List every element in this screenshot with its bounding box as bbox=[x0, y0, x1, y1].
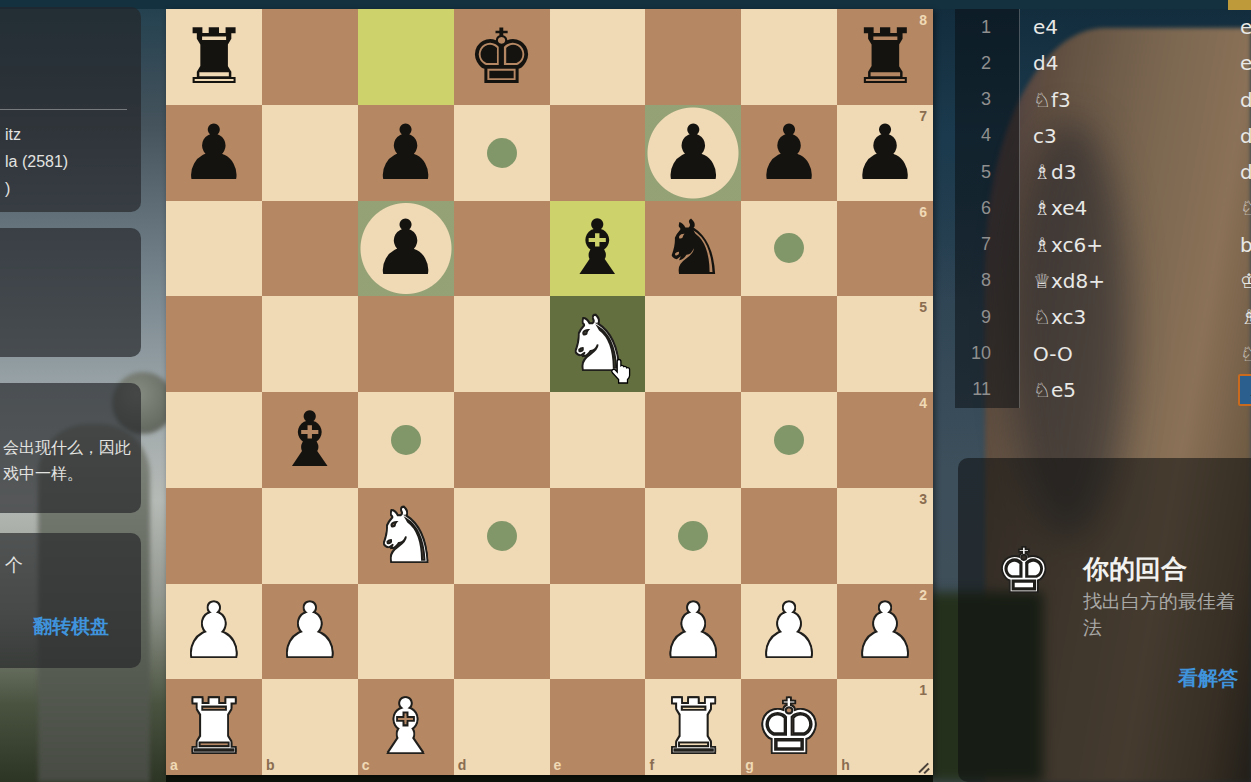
empty-panel bbox=[0, 228, 141, 357]
square-g7[interactable]: ♟ bbox=[741, 105, 837, 201]
move-number: 5 bbox=[955, 162, 1019, 183]
square-g4[interactable] bbox=[741, 392, 837, 488]
square-d4[interactable] bbox=[454, 392, 550, 488]
square-b8[interactable] bbox=[262, 9, 358, 105]
move-hint-dot[interactable] bbox=[391, 425, 421, 455]
square-e3[interactable] bbox=[550, 488, 646, 584]
square-e6[interactable]: ♝ bbox=[550, 201, 646, 297]
square-e4[interactable] bbox=[550, 392, 646, 488]
rank-label-2: 2 bbox=[919, 587, 927, 603]
white-pawn-h2[interactable]: ♟ bbox=[851, 593, 919, 669]
move-row-11: 11♘e5♗e6 bbox=[955, 372, 1251, 408]
move-row-2: 2d4exd4 bbox=[955, 45, 1251, 81]
square-a5[interactable] bbox=[166, 296, 262, 392]
rank-label-1: 1 bbox=[919, 682, 927, 698]
square-b7[interactable] bbox=[262, 105, 358, 201]
move-number: 1 bbox=[955, 17, 1019, 38]
file-label-h: h bbox=[841, 757, 850, 773]
white-move[interactable]: ♘e5 bbox=[1033, 378, 1076, 402]
partial-text: 个 bbox=[5, 553, 23, 577]
square-b5[interactable] bbox=[262, 296, 358, 392]
square-f3[interactable] bbox=[645, 488, 741, 584]
file-label-e: e bbox=[554, 757, 562, 773]
panel-divider bbox=[0, 109, 127, 110]
board-resize-grip[interactable] bbox=[917, 759, 931, 773]
square-c8[interactable] bbox=[358, 9, 454, 105]
black-move[interactable]: e5 bbox=[1240, 15, 1251, 39]
black-pawn-c6[interactable]: ♟ bbox=[372, 210, 440, 286]
square-c4[interactable] bbox=[358, 392, 454, 488]
white-pawn-a2[interactable]: ♟ bbox=[180, 593, 248, 669]
file-label-g: g bbox=[745, 757, 754, 773]
file-label-c: c bbox=[362, 757, 370, 773]
square-b3[interactable] bbox=[262, 488, 358, 584]
white-move[interactable]: ♘f3 bbox=[1033, 88, 1071, 112]
square-f2[interactable]: ♟ bbox=[645, 584, 741, 680]
game-type-text: itz bbox=[5, 121, 68, 148]
turn-subtitle: 找出白方的最佳着法 bbox=[1083, 589, 1251, 641]
white-pawn-f2[interactable]: ♟ bbox=[659, 593, 727, 669]
black-move[interactable]: ♔xd8 bbox=[1240, 269, 1251, 293]
square-b4[interactable]: ♝ bbox=[262, 392, 358, 488]
hand-pointer-cursor bbox=[610, 358, 634, 385]
rank-label-7: 7 bbox=[919, 108, 927, 124]
square-d8[interactable]: ♚ bbox=[454, 9, 550, 105]
square-d6[interactable] bbox=[454, 201, 550, 297]
black-pawn-a7[interactable]: ♟ bbox=[180, 115, 248, 191]
move-number: 11 bbox=[955, 379, 1019, 400]
square-d7[interactable] bbox=[454, 105, 550, 201]
move-row-7: 7♗xc6+bxc6 bbox=[955, 227, 1251, 263]
black-move[interactable]: d5 bbox=[1240, 88, 1251, 112]
square-g2[interactable]: ♟ bbox=[741, 584, 837, 680]
black-move[interactable]: ♗b4 bbox=[1240, 305, 1251, 329]
black-move[interactable]: dxe4 bbox=[1240, 160, 1251, 184]
square-e8[interactable] bbox=[550, 9, 646, 105]
black-knight-f6[interactable]: ♞ bbox=[659, 210, 727, 286]
move-number: 7 bbox=[955, 234, 1019, 255]
square-e2[interactable] bbox=[550, 584, 646, 680]
square-a1[interactable]: ♜ bbox=[166, 679, 262, 775]
white-move[interactable]: c3 bbox=[1033, 124, 1057, 148]
file-label-f: f bbox=[649, 757, 654, 773]
description-line: 会出现什么，因此 bbox=[3, 435, 131, 461]
white-move[interactable]: ♕xd8+ bbox=[1033, 269, 1105, 293]
black-move[interactable]: ♘f6 bbox=[1240, 342, 1251, 366]
black-move[interactable]: ♘c6 bbox=[1240, 196, 1251, 220]
move-row-10: 10O-O♘f6 bbox=[955, 335, 1251, 371]
square-g1[interactable]: ♚ bbox=[741, 679, 837, 775]
background-top-strip bbox=[0, 0, 1251, 9]
white-pawn-b2[interactable]: ♟ bbox=[276, 593, 344, 669]
black-move[interactable]: bxc6 bbox=[1240, 233, 1251, 257]
square-g6[interactable] bbox=[741, 201, 837, 297]
square-g3[interactable] bbox=[741, 488, 837, 584]
move-number: 9 bbox=[955, 307, 1019, 328]
white-move[interactable]: O-O bbox=[1033, 342, 1073, 366]
move-number: 4 bbox=[955, 125, 1019, 146]
black-move[interactable]: exd4 bbox=[1240, 51, 1251, 75]
file-label-a: a bbox=[170, 757, 178, 773]
black-move[interactable]: ♗e6 bbox=[1238, 374, 1251, 406]
rank-label-6: 6 bbox=[919, 204, 927, 220]
move-number: 2 bbox=[955, 53, 1019, 74]
move-row-8: 8♕xd8+♔xd8 bbox=[955, 263, 1251, 299]
white-move[interactable]: d4 bbox=[1033, 51, 1058, 75]
black-rook-h8[interactable]: ♜ bbox=[851, 19, 919, 95]
black-pawn-f7[interactable]: ♟ bbox=[659, 115, 727, 191]
view-solution-link[interactable]: 看解答 bbox=[1178, 665, 1238, 692]
white-move[interactable]: ♗d3 bbox=[1033, 160, 1076, 184]
move-hint-dot[interactable] bbox=[774, 233, 804, 263]
white-move[interactable]: e4 bbox=[1033, 15, 1058, 39]
rank-label-5: 5 bbox=[919, 299, 927, 315]
square-b2[interactable]: ♟ bbox=[262, 584, 358, 680]
move-row-5: 5♗d3dxe4 bbox=[955, 154, 1251, 190]
square-c6[interactable]: ♟ bbox=[358, 201, 454, 297]
turn-panel: ♚ 你的回合 找出白方的最佳着法 看解答 bbox=[958, 458, 1251, 782]
square-g5[interactable] bbox=[741, 296, 837, 392]
turn-title: 你的回合 bbox=[1083, 552, 1187, 587]
square-a6[interactable] bbox=[166, 201, 262, 297]
black-bishop-e6[interactable]: ♝ bbox=[563, 210, 631, 286]
white-knight-c3[interactable]: ♞ bbox=[372, 498, 440, 574]
move-row-9: 9♘xc3♗b4 bbox=[955, 299, 1251, 335]
move-hint-dot[interactable] bbox=[678, 521, 708, 551]
square-b6[interactable] bbox=[262, 201, 358, 297]
move-row-4: 4c3dxc3 bbox=[955, 118, 1251, 154]
black-pawn-c7[interactable]: ♟ bbox=[372, 115, 440, 191]
square-b1[interactable] bbox=[262, 679, 358, 775]
white-move[interactable]: ♗xe4 bbox=[1033, 196, 1087, 220]
puzzle-description-panel: 会出现什么，因此 戏中一样。 bbox=[0, 383, 141, 513]
white-pawn-g2[interactable]: ♟ bbox=[755, 593, 823, 669]
move-hint-dot[interactable] bbox=[774, 425, 804, 455]
white-king-icon: ♚ bbox=[996, 540, 1052, 602]
square-d1[interactable] bbox=[454, 679, 550, 775]
black-rook-a8[interactable]: ♜ bbox=[180, 19, 248, 95]
move-list: 1e4e52d4exd43♘f3d54c3dxc35♗d3dxe46♗xe4♘c… bbox=[955, 9, 1251, 409]
move-hint-dot[interactable] bbox=[487, 521, 517, 551]
rank-label-3: 3 bbox=[919, 491, 927, 507]
square-d2[interactable] bbox=[454, 584, 550, 680]
square-d5[interactable] bbox=[454, 296, 550, 392]
move-number: 6 bbox=[955, 198, 1019, 219]
black-king-d8[interactable]: ♚ bbox=[467, 19, 535, 95]
square-c5[interactable] bbox=[358, 296, 454, 392]
square-a3[interactable] bbox=[166, 488, 262, 584]
player-white-text: la (2581) bbox=[5, 148, 68, 175]
square-f5[interactable] bbox=[645, 296, 741, 392]
square-c1[interactable]: ♝ bbox=[358, 679, 454, 775]
black-bishop-b4[interactable]: ♝ bbox=[276, 402, 344, 478]
move-row-3: 3♘f3d5 bbox=[955, 82, 1251, 118]
flip-board-link[interactable]: 翻转棋盘 bbox=[33, 614, 109, 640]
board-controls-panel: 个 翻转棋盘 bbox=[0, 533, 141, 668]
rank-label-4: 4 bbox=[919, 395, 927, 411]
description-line: 戏中一样。 bbox=[3, 461, 131, 487]
square-c2[interactable] bbox=[358, 584, 454, 680]
white-move[interactable]: ♘xc3 bbox=[1033, 305, 1086, 329]
square-e1[interactable] bbox=[550, 679, 646, 775]
square-f8[interactable] bbox=[645, 9, 741, 105]
white-king-g1[interactable]: ♚ bbox=[755, 689, 823, 765]
player-black-text: ) bbox=[5, 175, 68, 202]
square-a4[interactable] bbox=[166, 392, 262, 488]
move-rows: 1e4e52d4exd43♘f3d54c3dxc35♗d3dxe46♗xe4♘c… bbox=[955, 9, 1251, 408]
game-info-panel: itz la (2581) ) bbox=[0, 7, 141, 212]
black-move[interactable]: dxc3 bbox=[1240, 124, 1251, 148]
move-number: 3 bbox=[955, 89, 1019, 110]
square-a2[interactable]: ♟ bbox=[166, 584, 262, 680]
move-row-1: 1e4e5 bbox=[955, 9, 1251, 45]
move-number: 8 bbox=[955, 270, 1019, 291]
square-d3[interactable] bbox=[454, 488, 550, 584]
square-a8[interactable]: ♜ bbox=[166, 9, 262, 105]
square-f7[interactable]: ♟ bbox=[645, 105, 741, 201]
white-rook-a1[interactable]: ♜ bbox=[180, 689, 248, 765]
file-label-d: d bbox=[458, 757, 467, 773]
rank-label-8: 8 bbox=[919, 12, 927, 28]
move-number: 10 bbox=[955, 343, 1019, 364]
square-c7[interactable]: ♟ bbox=[358, 105, 454, 201]
move-hint-dot[interactable] bbox=[487, 138, 517, 168]
file-label-b: b bbox=[266, 757, 275, 773]
square-f6[interactable]: ♞ bbox=[645, 201, 741, 297]
square-c3[interactable]: ♞ bbox=[358, 488, 454, 584]
move-row-6: 6♗xe4♘c6 bbox=[955, 190, 1251, 226]
square-g8[interactable] bbox=[741, 9, 837, 105]
white-move[interactable]: ♗xc6+ bbox=[1033, 233, 1103, 257]
square-a7[interactable]: ♟ bbox=[166, 105, 262, 201]
white-bishop-c1[interactable]: ♝ bbox=[372, 689, 440, 765]
square-f4[interactable] bbox=[645, 392, 741, 488]
black-pawn-g7[interactable]: ♟ bbox=[755, 115, 823, 191]
square-f1[interactable]: ♜ bbox=[645, 679, 741, 775]
square-e7[interactable] bbox=[550, 105, 646, 201]
black-pawn-h7[interactable]: ♟ bbox=[851, 115, 919, 191]
chess-board[interactable]: ♜♚♜♟♟♟♟♟♟♝♞♞♝♞♟♟♟♟♟♜♝♜♚12345678abcdefgh bbox=[166, 9, 933, 775]
white-rook-f1[interactable]: ♜ bbox=[659, 689, 727, 765]
chess-puzzle-page: ♜♚♜♟♟♟♟♟♟♝♞♞♝♞♟♟♟♟♟♜♝♜♚12345678abcdefgh … bbox=[0, 0, 1251, 782]
